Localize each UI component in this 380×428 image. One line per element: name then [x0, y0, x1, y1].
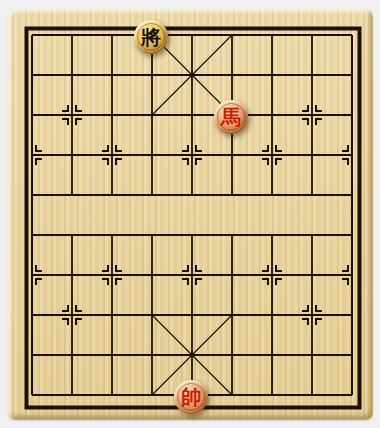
board-grid	[0, 0, 380, 428]
piece-glyph-red-horse: 馬	[221, 107, 241, 127]
piece-red-general[interactable]: 帥	[174, 380, 208, 414]
piece-red-horse[interactable]: 馬	[214, 100, 248, 134]
piece-black-general[interactable]: 將	[134, 20, 168, 54]
piece-glyph-red-general: 帥	[181, 387, 201, 407]
piece-glyph-black-general: 將	[141, 27, 161, 47]
xiangqi-app-screen: 將馬帥	[0, 0, 380, 428]
